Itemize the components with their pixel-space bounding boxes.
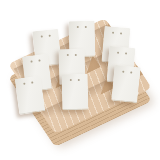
earring-hole [23,83,25,85]
earring-hole [31,81,33,83]
earring-hole [67,54,69,56]
earring-hole [130,71,132,73]
earring-hole [41,35,43,37]
earring-hole [112,32,114,34]
earring-hole [125,52,127,54]
earring-card-r3c3 [111,65,141,104]
earring-hole [30,60,32,62]
earring-hole [85,26,87,28]
earring-hole [120,32,122,34]
earring-hole [75,54,77,56]
earring-hole [49,35,51,37]
earring-hole [38,59,40,61]
earring-hole [122,71,124,73]
product-photo [0,0,160,160]
earring-hole [78,79,80,81]
earring-card-r3c2 [62,74,89,110]
earring-hole [117,52,119,54]
earring-card-r3c1 [15,75,46,114]
earring-hole [70,79,72,81]
earring-hole [77,26,79,28]
